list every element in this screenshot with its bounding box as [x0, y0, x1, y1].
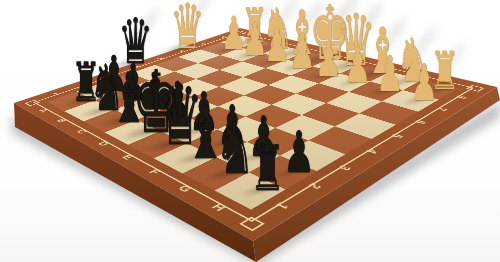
chess-set-product-photo: AABBCCDDEEFFGGHH1122334455667788 ♜♞♝♚♛♝♞…: [0, 0, 500, 262]
pieces-layer: ♜♞♝♚♛♝♞♜♟♟♟♟♟♟♟♟♟♟♟♟♟♟♟♟♜♞♝♚♛♝♞♜♛♛: [0, 0, 500, 262]
